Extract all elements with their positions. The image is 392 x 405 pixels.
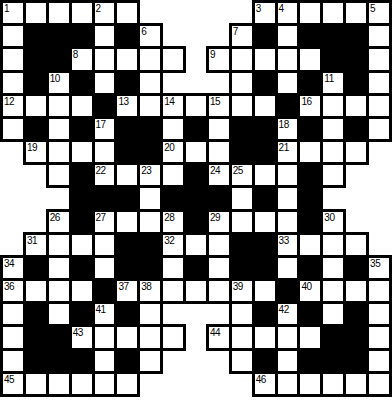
clue-number: 44 xyxy=(210,327,220,338)
white-cell[interactable] xyxy=(343,139,369,165)
clue-number: 9 xyxy=(210,49,215,60)
clue-number: 6 xyxy=(141,26,146,37)
clue-number: 39 xyxy=(233,281,243,292)
clue-number: 20 xyxy=(164,142,174,153)
clue-number: 12 xyxy=(4,96,14,107)
clue-number: 16 xyxy=(301,96,311,107)
white-cell[interactable] xyxy=(160,324,186,350)
clue-number: 21 xyxy=(279,142,289,153)
clue-number: 25 xyxy=(233,165,243,176)
clue-number: 5 xyxy=(370,3,375,14)
clue-number: 32 xyxy=(164,235,174,246)
clue-number: 14 xyxy=(164,96,174,107)
clue-number: 41 xyxy=(96,304,106,315)
clue-number: 43 xyxy=(73,327,83,338)
clue-number: 36 xyxy=(4,281,14,292)
clue-number: 10 xyxy=(50,73,60,84)
clue-number: 4 xyxy=(279,3,284,14)
white-cell[interactable] xyxy=(320,162,346,188)
clue-number: 18 xyxy=(279,119,289,130)
clue-number: 31 xyxy=(27,235,37,246)
clue-number: 30 xyxy=(324,212,334,223)
white-cell[interactable] xyxy=(114,371,140,397)
clue-number: 40 xyxy=(301,281,311,292)
clue-number: 22 xyxy=(96,165,106,176)
clue-number: 7 xyxy=(233,26,238,37)
clue-number: 46 xyxy=(256,374,266,385)
white-cell[interactable] xyxy=(160,46,186,72)
clue-number: 23 xyxy=(141,165,151,176)
clue-number: 8 xyxy=(73,49,78,60)
clue-number: 17 xyxy=(96,119,106,130)
clue-number: 3 xyxy=(256,3,261,14)
white-cell[interactable] xyxy=(137,348,163,374)
clue-number: 24 xyxy=(210,165,220,176)
clue-number: 37 xyxy=(118,281,128,292)
clue-number: 1 xyxy=(4,3,9,14)
clue-number: 11 xyxy=(324,73,333,84)
clue-number: 38 xyxy=(141,281,151,292)
clue-number: 28 xyxy=(164,212,174,223)
clue-number: 33 xyxy=(279,235,289,246)
clue-number: 2 xyxy=(96,3,101,14)
crossword-grid: 1234567891011121314151617181920212223242… xyxy=(0,0,392,405)
clue-number: 26 xyxy=(50,212,60,223)
clue-number: 34 xyxy=(4,258,14,269)
clue-number: 42 xyxy=(279,304,289,315)
clue-number: 27 xyxy=(96,212,106,223)
white-cell[interactable] xyxy=(366,116,392,142)
clue-number: 29 xyxy=(210,212,220,223)
clue-number: 13 xyxy=(118,96,128,107)
clue-number: 35 xyxy=(370,258,380,269)
clue-number: 45 xyxy=(4,374,14,385)
clue-number: 15 xyxy=(210,96,220,107)
clue-number: 19 xyxy=(27,142,37,153)
white-cell[interactable] xyxy=(366,371,392,397)
